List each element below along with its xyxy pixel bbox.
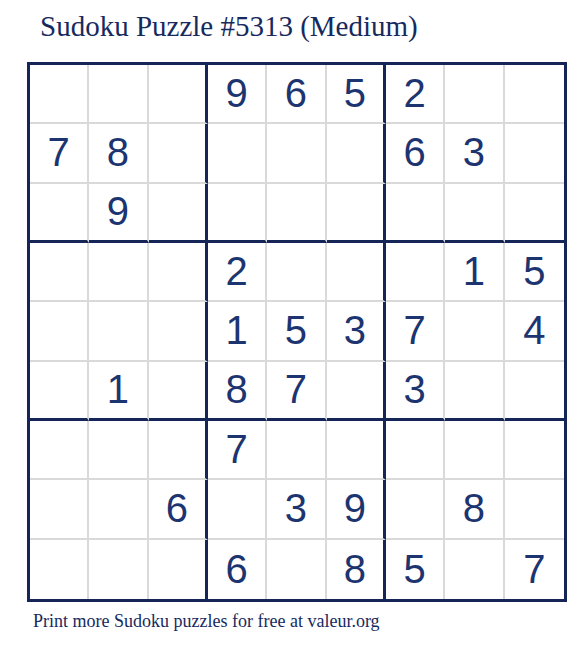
cell-r4c2[interactable]	[89, 243, 148, 302]
cell-r2c5[interactable]	[267, 124, 326, 183]
cell-r3c7[interactable]	[386, 184, 445, 243]
cell-r7c9[interactable]	[505, 421, 564, 480]
cell-r5c6[interactable]: 3	[327, 302, 386, 361]
cell-r3c4[interactable]	[208, 184, 267, 243]
cell-r7c5[interactable]	[267, 421, 326, 480]
cell-r7c2[interactable]	[89, 421, 148, 480]
cell-r4c5[interactable]	[267, 243, 326, 302]
cell-r8c1[interactable]	[30, 480, 89, 539]
cell-r5c7[interactable]: 7	[386, 302, 445, 361]
cell-r3c8[interactable]	[445, 184, 504, 243]
cell-r9c2[interactable]	[89, 540, 148, 599]
cell-r6c5[interactable]: 7	[267, 362, 326, 421]
cell-r7c6[interactable]	[327, 421, 386, 480]
cell-r8c4[interactable]	[208, 480, 267, 539]
cell-r2c6[interactable]	[327, 124, 386, 183]
cell-r7c4[interactable]: 7	[208, 421, 267, 480]
cell-r1c3[interactable]	[149, 65, 208, 124]
cell-r7c8[interactable]	[445, 421, 504, 480]
cell-r8c5[interactable]: 3	[267, 480, 326, 539]
cell-r6c3[interactable]	[149, 362, 208, 421]
cell-r4c8[interactable]: 1	[445, 243, 504, 302]
cell-r5c9[interactable]: 4	[505, 302, 564, 361]
cell-r6c2[interactable]: 1	[89, 362, 148, 421]
cell-r8c9[interactable]	[505, 480, 564, 539]
cell-r8c3[interactable]: 6	[149, 480, 208, 539]
cell-r5c8[interactable]	[445, 302, 504, 361]
cell-r9c5[interactable]	[267, 540, 326, 599]
cell-r3c5[interactable]	[267, 184, 326, 243]
cell-r4c1[interactable]	[30, 243, 89, 302]
cell-r1c7[interactable]: 2	[386, 65, 445, 124]
cell-r5c3[interactable]	[149, 302, 208, 361]
cell-r6c6[interactable]	[327, 362, 386, 421]
cell-r3c2[interactable]: 9	[89, 184, 148, 243]
cell-r7c1[interactable]	[30, 421, 89, 480]
page-title: Sudoku Puzzle #5313 (Medium)	[40, 11, 418, 43]
cell-r6c4[interactable]: 8	[208, 362, 267, 421]
cell-r3c1[interactable]	[30, 184, 89, 243]
cell-r1c4[interactable]: 9	[208, 65, 267, 124]
cell-r2c9[interactable]	[505, 124, 564, 183]
cell-r1c5[interactable]: 6	[267, 65, 326, 124]
cell-r4c7[interactable]	[386, 243, 445, 302]
cell-r9c8[interactable]	[445, 540, 504, 599]
cell-r6c7[interactable]: 3	[386, 362, 445, 421]
cell-r8c7[interactable]	[386, 480, 445, 539]
cell-r9c7[interactable]: 5	[386, 540, 445, 599]
cell-r2c8[interactable]: 3	[445, 124, 504, 183]
cell-r2c4[interactable]	[208, 124, 267, 183]
cell-r5c1[interactable]	[30, 302, 89, 361]
cell-r9c3[interactable]	[149, 540, 208, 599]
cell-r9c6[interactable]: 8	[327, 540, 386, 599]
cell-r9c9[interactable]: 7	[505, 540, 564, 599]
cell-r6c8[interactable]	[445, 362, 504, 421]
cell-r2c7[interactable]: 6	[386, 124, 445, 183]
cell-r8c2[interactable]	[89, 480, 148, 539]
cell-r4c9[interactable]: 5	[505, 243, 564, 302]
cell-r5c5[interactable]: 5	[267, 302, 326, 361]
cell-r1c6[interactable]: 5	[327, 65, 386, 124]
cell-r1c2[interactable]	[89, 65, 148, 124]
cell-r2c1[interactable]: 7	[30, 124, 89, 183]
cell-r3c9[interactable]	[505, 184, 564, 243]
cell-r1c8[interactable]	[445, 65, 504, 124]
cell-r8c6[interactable]: 9	[327, 480, 386, 539]
cell-r9c4[interactable]: 6	[208, 540, 267, 599]
cell-r5c2[interactable]	[89, 302, 148, 361]
cell-r7c3[interactable]	[149, 421, 208, 480]
sudoku-grid: 965278639215153741873763986857	[27, 62, 567, 602]
footer-text: Print more Sudoku puzzles for free at va…	[33, 611, 380, 632]
cell-r3c3[interactable]	[149, 184, 208, 243]
cell-r4c4[interactable]: 2	[208, 243, 267, 302]
cell-r4c3[interactable]	[149, 243, 208, 302]
cell-r3c6[interactable]	[327, 184, 386, 243]
cell-r4c6[interactable]	[327, 243, 386, 302]
cell-r1c1[interactable]	[30, 65, 89, 124]
cell-r6c9[interactable]	[505, 362, 564, 421]
cell-r8c8[interactable]: 8	[445, 480, 504, 539]
cell-r7c7[interactable]	[386, 421, 445, 480]
cell-r1c9[interactable]	[505, 65, 564, 124]
cell-r6c1[interactable]	[30, 362, 89, 421]
cell-r9c1[interactable]	[30, 540, 89, 599]
cell-r2c2[interactable]: 8	[89, 124, 148, 183]
cell-r5c4[interactable]: 1	[208, 302, 267, 361]
cell-r2c3[interactable]	[149, 124, 208, 183]
